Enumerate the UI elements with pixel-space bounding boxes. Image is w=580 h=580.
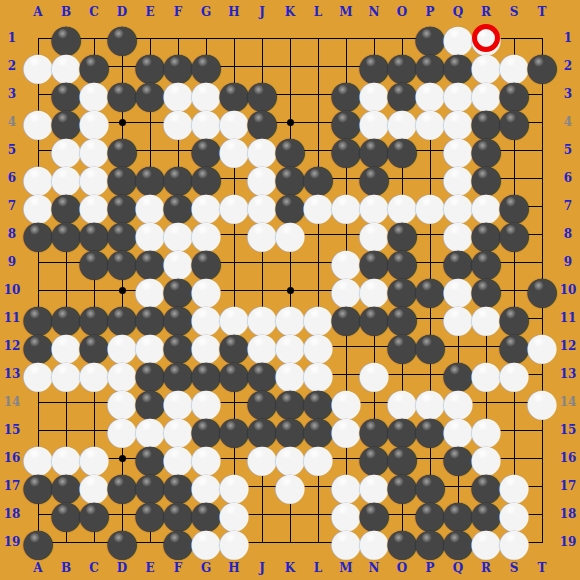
- stone-black-C9: ●: [80, 248, 108, 276]
- stone-highlight: [226, 113, 236, 123]
- stone-highlight: [394, 225, 404, 235]
- intersection-M19[interactable]: ●: [332, 528, 360, 556]
- intersection-J19[interactable]: [248, 528, 276, 556]
- stone-highlight: [86, 113, 96, 123]
- stone-highlight: [198, 309, 208, 319]
- intersection-F19[interactable]: ●: [164, 528, 192, 556]
- stone-black-D1: ●: [108, 24, 136, 52]
- stone-highlight: [282, 169, 292, 179]
- stone-black-B8: ●: [52, 220, 80, 248]
- intersection-L18[interactable]: [304, 500, 332, 528]
- intersection-N19[interactable]: ●: [360, 528, 388, 556]
- stone-highlight: [142, 225, 152, 235]
- row-label-3: 3: [0, 80, 24, 108]
- col-label-C: C: [80, 556, 108, 580]
- stone-highlight: [58, 29, 68, 39]
- stone-highlight: [366, 421, 376, 431]
- stone-highlight: [338, 533, 348, 543]
- row-label-19: 19: [0, 528, 24, 556]
- stone-highlight: [450, 29, 460, 39]
- stone-highlight: [338, 393, 348, 403]
- stone-highlight: [534, 57, 544, 67]
- stone-highlight: [58, 449, 68, 459]
- stone-highlight: [450, 113, 460, 123]
- stone-highlight: [366, 85, 376, 95]
- intersection-D17[interactable]: ●: [108, 472, 136, 500]
- row-label-7: 7: [0, 192, 24, 220]
- stone-black-H15: ●: [220, 416, 248, 444]
- intersection-K3[interactable]: [276, 80, 304, 108]
- intersection-N13[interactable]: ●: [360, 360, 388, 388]
- stone-highlight: [310, 309, 320, 319]
- intersection-C9[interactable]: ●: [80, 248, 108, 276]
- intersection-L4[interactable]: [304, 108, 332, 136]
- stone-highlight: [254, 197, 264, 207]
- intersection-M15[interactable]: ●: [332, 416, 360, 444]
- row-label-15: 15: [0, 416, 24, 444]
- stone-highlight: [170, 281, 180, 291]
- stone-highlight: [30, 225, 40, 235]
- stone-highlight: [30, 449, 40, 459]
- stone-highlight: [142, 57, 152, 67]
- intersection-T10[interactable]: ●: [528, 276, 556, 304]
- stone-highlight: [254, 449, 264, 459]
- stone-highlight: [30, 113, 40, 123]
- stone-black-Q19: ●: [444, 528, 472, 556]
- stone-highlight: [198, 253, 208, 263]
- intersection-H9[interactable]: [220, 248, 248, 276]
- intersection-L1[interactable]: [304, 24, 332, 52]
- stone-white-A2: ●: [24, 52, 52, 80]
- stone-highlight: [310, 421, 320, 431]
- stone-highlight: [478, 197, 488, 207]
- stone-highlight: [58, 337, 68, 347]
- stone-white-P4: ●: [416, 108, 444, 136]
- stone-highlight: [478, 57, 488, 67]
- stone-highlight: [198, 197, 208, 207]
- intersection-B8[interactable]: ●: [52, 220, 80, 248]
- stone-highlight: [366, 225, 376, 235]
- row-label-11: 11: [556, 304, 580, 332]
- stone-highlight: [422, 57, 432, 67]
- intersection-A8[interactable]: ●: [24, 220, 52, 248]
- stone-highlight: [338, 85, 348, 95]
- intersection-H13[interactable]: ●: [220, 360, 248, 388]
- stone-highlight: [114, 85, 124, 95]
- row-label-1: 1: [556, 24, 580, 52]
- intersection-L7[interactable]: ●: [304, 192, 332, 220]
- stone-highlight: [254, 85, 264, 95]
- stone-highlight: [30, 309, 40, 319]
- stone-highlight: [450, 281, 460, 291]
- intersection-K2[interactable]: [276, 52, 304, 80]
- stone-highlight: [422, 421, 432, 431]
- stone-white-M15: ●: [332, 416, 360, 444]
- intersection-A19[interactable]: ●: [24, 528, 52, 556]
- hoshi-K4: [287, 119, 294, 126]
- intersection-L2[interactable]: [304, 52, 332, 80]
- stone-highlight: [450, 393, 460, 403]
- stone-highlight: [198, 533, 208, 543]
- stone-highlight: [394, 113, 404, 123]
- intersection-R13[interactable]: ●: [472, 360, 500, 388]
- intersection-K19[interactable]: [276, 528, 304, 556]
- stone-white-A4: ●: [24, 108, 52, 136]
- stone-highlight: [58, 57, 68, 67]
- intersection-B13[interactable]: ●: [52, 360, 80, 388]
- intersection-K8[interactable]: ●: [276, 220, 304, 248]
- stone-highlight: [114, 309, 124, 319]
- intersection-P19[interactable]: ●: [416, 528, 444, 556]
- stone-highlight: [170, 393, 180, 403]
- intersection-D15[interactable]: ●: [108, 416, 136, 444]
- intersection-Q19[interactable]: ●: [444, 528, 472, 556]
- row-label-9: 9: [556, 248, 580, 276]
- stone-highlight: [226, 197, 236, 207]
- intersection-E3[interactable]: ●: [136, 80, 164, 108]
- intersection-H5[interactable]: ●: [220, 136, 248, 164]
- stone-highlight: [338, 113, 348, 123]
- intersection-K17[interactable]: ●: [276, 472, 304, 500]
- stone-highlight: [394, 57, 404, 67]
- row-label-7: 7: [556, 192, 580, 220]
- stone-highlight: [142, 449, 152, 459]
- intersection-F4[interactable]: ●: [164, 108, 192, 136]
- intersection-L19[interactable]: [304, 528, 332, 556]
- intersection-R11[interactable]: ●: [472, 304, 500, 332]
- stone-highlight: [30, 533, 40, 543]
- intersection-O19[interactable]: ●: [388, 528, 416, 556]
- stone-highlight: [114, 29, 124, 39]
- intersection-A13[interactable]: ●: [24, 360, 52, 388]
- stone-highlight: [198, 421, 208, 431]
- stone-highlight: [58, 477, 68, 487]
- intersection-T6[interactable]: [528, 164, 556, 192]
- stone-highlight: [478, 533, 488, 543]
- intersection-M5[interactable]: ●: [332, 136, 360, 164]
- stone-highlight: [198, 113, 208, 123]
- intersection-T19[interactable]: [528, 528, 556, 556]
- stone-highlight: [254, 393, 264, 403]
- stone-highlight: [394, 533, 404, 543]
- stone-highlight: [142, 365, 152, 375]
- stone-highlight: [170, 225, 180, 235]
- intersection-T7[interactable]: [528, 192, 556, 220]
- stone-highlight: [170, 421, 180, 431]
- intersection-O17[interactable]: ●: [388, 472, 416, 500]
- stone-highlight: [450, 85, 460, 95]
- intersection-D3[interactable]: ●: [108, 80, 136, 108]
- row-label-8: 8: [556, 220, 580, 248]
- intersection-C18[interactable]: ●: [80, 500, 108, 528]
- intersection-B18[interactable]: ●: [52, 500, 80, 528]
- stone-highlight: [366, 141, 376, 151]
- stone-white-L16: ●: [304, 444, 332, 472]
- stone-highlight: [226, 365, 236, 375]
- stone-highlight: [254, 365, 264, 375]
- stone-highlight: [478, 29, 488, 39]
- intersection-P7[interactable]: ●: [416, 192, 444, 220]
- intersection-L3[interactable]: [304, 80, 332, 108]
- intersection-P15[interactable]: ●: [416, 416, 444, 444]
- stone-highlight: [86, 505, 96, 515]
- stone-highlight: [282, 421, 292, 431]
- intersection-N11[interactable]: ●: [360, 304, 388, 332]
- stone-highlight: [282, 477, 292, 487]
- intersection-H7[interactable]: ●: [220, 192, 248, 220]
- stone-white-N19: ●: [360, 528, 388, 556]
- stone-highlight: [114, 365, 124, 375]
- stone-highlight: [30, 477, 40, 487]
- stone-white-T14: ●: [528, 388, 556, 416]
- stone-highlight: [422, 393, 432, 403]
- stone-white-H5: ●: [220, 136, 248, 164]
- stone-black-D3: ●: [108, 80, 136, 108]
- stone-highlight: [478, 253, 488, 263]
- stone-highlight: [142, 169, 152, 179]
- intersection-D1[interactable]: ●: [108, 24, 136, 52]
- stone-highlight: [226, 85, 236, 95]
- stone-white-D15: ●: [108, 416, 136, 444]
- intersection-L16[interactable]: ●: [304, 444, 332, 472]
- stone-highlight: [86, 449, 96, 459]
- corner-tl: [0, 0, 24, 24]
- stone-highlight: [506, 113, 516, 123]
- intersection-S4[interactable]: ●: [500, 108, 528, 136]
- stone-highlight: [422, 337, 432, 347]
- intersection-T8[interactable]: [528, 220, 556, 248]
- hoshi-D4: [119, 119, 126, 126]
- intersection-G19[interactable]: ●: [192, 528, 220, 556]
- stone-highlight: [170, 309, 180, 319]
- stone-black-E3: ●: [136, 80, 164, 108]
- stone-highlight: [58, 225, 68, 235]
- row-label-1: 1: [0, 24, 24, 52]
- stone-highlight: [142, 197, 152, 207]
- stone-black-M11: ●: [332, 304, 360, 332]
- stone-black-D9: ●: [108, 248, 136, 276]
- row-labels-left: 12345678910111213141516171819: [0, 24, 24, 556]
- stone-highlight: [422, 477, 432, 487]
- stone-white-L7: ●: [304, 192, 332, 220]
- stone-highlight: [198, 337, 208, 347]
- stone-highlight: [226, 337, 236, 347]
- intersection-Q11[interactable]: ●: [444, 304, 472, 332]
- stone-highlight: [422, 197, 432, 207]
- intersection-L9[interactable]: [304, 248, 332, 276]
- corner-tr: [556, 0, 580, 24]
- stone-black-O19: ●: [388, 528, 416, 556]
- intersection-D9[interactable]: ●: [108, 248, 136, 276]
- stone-highlight: [478, 85, 488, 95]
- stone-highlight: [170, 169, 180, 179]
- intersection-T17[interactable]: [528, 472, 556, 500]
- intersection-J1[interactable]: [248, 24, 276, 52]
- stone-highlight: [30, 57, 40, 67]
- stone-black-S4: ●: [500, 108, 528, 136]
- stone-highlight: [394, 337, 404, 347]
- intersection-T16[interactable]: [528, 444, 556, 472]
- intersection-R19[interactable]: ●: [472, 528, 500, 556]
- stone-highlight: [478, 365, 488, 375]
- row-label-12: 12: [556, 332, 580, 360]
- col-label-M: M: [332, 0, 360, 24]
- intersection-J16[interactable]: ●: [248, 444, 276, 472]
- intersection-P4[interactable]: ●: [416, 108, 444, 136]
- stone-highlight: [450, 505, 460, 515]
- intersection-S8[interactable]: ●: [500, 220, 528, 248]
- intersection-T5[interactable]: [528, 136, 556, 164]
- intersection-S13[interactable]: ●: [500, 360, 528, 388]
- stone-highlight: [450, 197, 460, 207]
- stone-white-S13: ●: [500, 360, 528, 388]
- col-label-H: H: [220, 0, 248, 24]
- stone-highlight: [394, 253, 404, 263]
- stone-highlight: [338, 421, 348, 431]
- stone-highlight: [422, 85, 432, 95]
- stone-black-O17: ●: [388, 472, 416, 500]
- intersection-T4[interactable]: [528, 108, 556, 136]
- stone-black-D19: ●: [108, 528, 136, 556]
- stone-highlight: [478, 225, 488, 235]
- stone-highlight: [30, 365, 40, 375]
- stone-highlight: [142, 253, 152, 263]
- intersection-M1[interactable]: [332, 24, 360, 52]
- intersection-T18[interactable]: [528, 500, 556, 528]
- stone-highlight: [394, 141, 404, 151]
- intersection-H1[interactable]: [220, 24, 248, 52]
- intersection-Q16[interactable]: ●: [444, 444, 472, 472]
- stone-highlight: [254, 113, 264, 123]
- stone-highlight: [114, 421, 124, 431]
- stone-black-A17: ●: [24, 472, 52, 500]
- stone-highlight: [58, 113, 68, 123]
- col-label-G: G: [192, 0, 220, 24]
- stone-highlight: [86, 57, 96, 67]
- stone-highlight: [310, 365, 320, 375]
- intersection-M7[interactable]: ●: [332, 192, 360, 220]
- stone-highlight: [58, 365, 68, 375]
- row-label-8: 8: [0, 220, 24, 248]
- intersection-A17[interactable]: ●: [24, 472, 52, 500]
- stone-highlight: [170, 85, 180, 95]
- row-label-6: 6: [556, 164, 580, 192]
- stone-highlight: [198, 393, 208, 403]
- stone-highlight: [86, 365, 96, 375]
- stone-highlight: [506, 365, 516, 375]
- row-label-11: 11: [0, 304, 24, 332]
- stone-highlight: [58, 141, 68, 151]
- stone-white-B13: ●: [52, 360, 80, 388]
- intersection-A4[interactable]: ●: [24, 108, 52, 136]
- stone-highlight: [422, 113, 432, 123]
- intersection-P10[interactable]: ●: [416, 276, 444, 304]
- stone-highlight: [142, 85, 152, 95]
- stone-highlight: [114, 253, 124, 263]
- stone-highlight: [366, 309, 376, 319]
- stone-highlight: [58, 85, 68, 95]
- stone-highlight: [338, 309, 348, 319]
- intersection-E18[interactable]: ●: [136, 500, 164, 528]
- stone-highlight: [142, 337, 152, 347]
- stone-highlight: [506, 477, 516, 487]
- stone-highlight: [198, 365, 208, 375]
- stone-highlight: [366, 169, 376, 179]
- stone-highlight: [478, 449, 488, 459]
- stone-white-P7: ●: [416, 192, 444, 220]
- col-label-E: E: [136, 556, 164, 580]
- col-label-L: L: [304, 556, 332, 580]
- stone-highlight: [86, 337, 96, 347]
- stone-highlight: [422, 29, 432, 39]
- stone-highlight: [450, 57, 460, 67]
- stone-highlight: [86, 197, 96, 207]
- intersection-H19[interactable]: ●: [220, 528, 248, 556]
- stone-highlight: [282, 225, 292, 235]
- stone-highlight: [198, 449, 208, 459]
- intersection-C13[interactable]: ●: [80, 360, 108, 388]
- stone-highlight: [478, 141, 488, 151]
- stone-highlight: [254, 421, 264, 431]
- intersection-J18[interactable]: [248, 500, 276, 528]
- board-grid: ●●●●●●●●●●●●●●●●●●●●●●●●●●●●●●●●●●●●●●●●…: [24, 24, 556, 556]
- intersection-S15[interactable]: [500, 416, 528, 444]
- intersection-O5[interactable]: ●: [388, 136, 416, 164]
- stone-black-A8: ●: [24, 220, 52, 248]
- stone-highlight: [114, 169, 124, 179]
- stone-highlight: [170, 253, 180, 263]
- stone-highlight: [394, 477, 404, 487]
- stone-highlight: [338, 253, 348, 263]
- stone-highlight: [142, 393, 152, 403]
- intersection-D19[interactable]: ●: [108, 528, 136, 556]
- row-label-4: 4: [556, 108, 580, 136]
- intersection-A2[interactable]: ●: [24, 52, 52, 80]
- col-label-C: C: [80, 0, 108, 24]
- stone-highlight: [142, 281, 152, 291]
- intersection-M11[interactable]: ●: [332, 304, 360, 332]
- intersection-J8[interactable]: ●: [248, 220, 276, 248]
- stone-black-T10: ●: [528, 276, 556, 304]
- corner-br: [556, 556, 580, 580]
- row-label-17: 17: [556, 472, 580, 500]
- stone-highlight: [450, 169, 460, 179]
- intersection-S19[interactable]: ●: [500, 528, 528, 556]
- intersection-T2[interactable]: ●: [528, 52, 556, 80]
- stone-highlight: [478, 477, 488, 487]
- stone-highlight: [142, 477, 152, 487]
- intersection-T12[interactable]: ●: [528, 332, 556, 360]
- intersection-H15[interactable]: ●: [220, 416, 248, 444]
- stone-highlight: [506, 225, 516, 235]
- stone-highlight: [310, 393, 320, 403]
- stone-highlight: [534, 393, 544, 403]
- intersection-O12[interactable]: ●: [388, 332, 416, 360]
- row-label-18: 18: [0, 500, 24, 528]
- intersection-K1[interactable]: [276, 24, 304, 52]
- stone-highlight: [86, 477, 96, 487]
- intersection-T14[interactable]: ●: [528, 388, 556, 416]
- stone-highlight: [366, 281, 376, 291]
- corner-bl: [0, 556, 24, 580]
- stone-white-G19: ●: [192, 528, 220, 556]
- intersection-P12[interactable]: ●: [416, 332, 444, 360]
- stone-highlight: [338, 141, 348, 151]
- row-label-18: 18: [556, 500, 580, 528]
- stone-highlight: [254, 141, 264, 151]
- stone-white-J16: ●: [248, 444, 276, 472]
- go-board: ABCDEFGHJKLMNOPQRST 12345678910111213141…: [0, 0, 580, 580]
